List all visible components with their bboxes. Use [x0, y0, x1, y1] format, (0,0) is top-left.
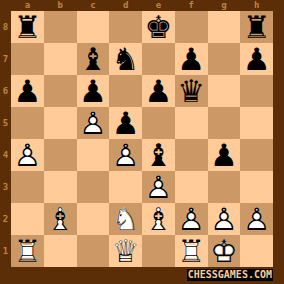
chess-board: ♜♚♜♝♞♟♟♟♟♟♛♟♙♟♟♙♟♙♝♟♟♙♝♗♞♘♝♗♟♙♟♙♟♙♜♖♛♕♜♖…	[11, 11, 273, 267]
black-pawn[interactable]: ♟	[175, 43, 208, 75]
piece-glyph: ♟	[175, 43, 208, 75]
square-d1[interactable]: ♛♕	[109, 235, 142, 267]
piece-glyph: ♝	[142, 139, 175, 171]
black-pawn[interactable]: ♟	[11, 75, 44, 107]
square-e8[interactable]: ♚	[142, 11, 175, 43]
white-pawn[interactable]: ♟♙	[142, 171, 175, 203]
square-e6[interactable]: ♟	[142, 75, 175, 107]
square-d3[interactable]	[109, 171, 142, 203]
square-b1[interactable]	[44, 235, 77, 267]
square-g5[interactable]	[208, 107, 241, 139]
square-g6[interactable]	[208, 75, 241, 107]
square-b7[interactable]	[44, 43, 77, 75]
piece-glyph: ♟	[77, 75, 110, 107]
piece-outline-layer: ♖	[11, 235, 44, 267]
black-pawn[interactable]: ♟	[77, 75, 110, 107]
piece-outline-layer: ♙	[109, 139, 142, 171]
piece-glyph: ♟	[109, 107, 142, 139]
square-g7[interactable]	[208, 43, 241, 75]
white-pawn[interactable]: ♟♙	[77, 107, 110, 139]
square-c4[interactable]	[77, 139, 110, 171]
square-h2[interactable]: ♟♙	[240, 203, 273, 235]
rank-label-8: 8	[0, 11, 11, 43]
white-pawn[interactable]: ♟♙	[240, 203, 273, 235]
piece-glyph: ♟	[240, 43, 273, 75]
piece-glyph: ♜	[11, 11, 44, 43]
square-h8[interactable]: ♜	[240, 11, 273, 43]
file-label-g: g	[208, 0, 241, 11]
rank-label-3: 3	[0, 171, 11, 203]
piece-glyph: ♚	[142, 11, 175, 43]
square-f2[interactable]: ♟♙	[175, 203, 208, 235]
square-d5[interactable]: ♟	[109, 107, 142, 139]
square-a6[interactable]: ♟	[11, 75, 44, 107]
square-d6[interactable]	[109, 75, 142, 107]
piece-glyph: ♟	[11, 75, 44, 107]
piece-outline-layer: ♖	[175, 235, 208, 267]
square-d7[interactable]: ♞	[109, 43, 142, 75]
square-a3[interactable]	[11, 171, 44, 203]
square-e4[interactable]: ♝	[142, 139, 175, 171]
square-h6[interactable]	[240, 75, 273, 107]
black-pawn[interactable]: ♟	[142, 75, 175, 107]
square-d4[interactable]: ♟♙	[109, 139, 142, 171]
rank-labels: 87654321	[0, 11, 11, 267]
square-h5[interactable]	[240, 107, 273, 139]
piece-outline-layer: ♗	[142, 203, 175, 235]
square-h7[interactable]: ♟	[240, 43, 273, 75]
square-d2[interactable]: ♞♘	[109, 203, 142, 235]
square-f5[interactable]	[175, 107, 208, 139]
square-b3[interactable]	[44, 171, 77, 203]
square-h1[interactable]	[240, 235, 273, 267]
square-e5[interactable]	[142, 107, 175, 139]
square-g1[interactable]: ♚♔	[208, 235, 241, 267]
square-c1[interactable]	[77, 235, 110, 267]
square-c2[interactable]	[77, 203, 110, 235]
square-c7[interactable]: ♝	[77, 43, 110, 75]
piece-glyph: ♟	[142, 75, 175, 107]
piece-outline-layer: ♔	[208, 235, 241, 267]
rank-label-5: 5	[0, 107, 11, 139]
square-a7[interactable]	[11, 43, 44, 75]
rank-label-1: 1	[0, 235, 11, 267]
square-f3[interactable]	[175, 171, 208, 203]
white-rook[interactable]: ♜♖	[175, 235, 208, 267]
black-bishop[interactable]: ♝	[142, 139, 175, 171]
square-b2[interactable]: ♝♗	[44, 203, 77, 235]
file-label-b: b	[44, 0, 77, 11]
black-pawn[interactable]: ♟	[240, 43, 273, 75]
square-c6[interactable]: ♟	[77, 75, 110, 107]
square-d8[interactable]	[109, 11, 142, 43]
piece-glyph: ♜	[240, 11, 273, 43]
rank-label-6: 6	[0, 75, 11, 107]
file-label-c: c	[77, 0, 110, 11]
white-pawn[interactable]: ♟♙	[175, 203, 208, 235]
white-king[interactable]: ♚♔	[208, 235, 241, 267]
square-e7[interactable]	[142, 43, 175, 75]
rank-label-2: 2	[0, 203, 11, 235]
square-c5[interactable]: ♟♙	[77, 107, 110, 139]
black-pawn[interactable]: ♟	[208, 139, 241, 171]
square-b6[interactable]	[44, 75, 77, 107]
white-rook[interactable]: ♜♖	[11, 235, 44, 267]
square-c8[interactable]	[77, 11, 110, 43]
square-e2[interactable]: ♝♗	[142, 203, 175, 235]
piece-outline-layer: ♕	[109, 235, 142, 267]
black-pawn[interactable]: ♟	[109, 107, 142, 139]
square-c3[interactable]	[77, 171, 110, 203]
piece-glyph: ♛	[175, 75, 208, 107]
piece-outline-layer: ♙	[240, 203, 273, 235]
black-queen[interactable]: ♛	[175, 75, 208, 107]
file-label-d: d	[109, 0, 142, 11]
black-rook[interactable]: ♜	[11, 11, 44, 43]
black-king[interactable]: ♚	[142, 11, 175, 43]
square-f1[interactable]: ♜♖	[175, 235, 208, 267]
piece-outline-layer: ♙	[175, 203, 208, 235]
black-bishop[interactable]: ♝	[77, 43, 110, 75]
piece-glyph: ♞	[109, 43, 142, 75]
white-queen[interactable]: ♛♕	[109, 235, 142, 267]
white-pawn[interactable]: ♟♙	[208, 203, 241, 235]
piece-outline-layer: ♘	[109, 203, 142, 235]
square-f6[interactable]: ♛	[175, 75, 208, 107]
square-a2[interactable]	[11, 203, 44, 235]
square-g2[interactable]: ♟♙	[208, 203, 241, 235]
chessgames-watermark: CHESSGAMES.COM	[187, 269, 273, 281]
square-g4[interactable]: ♟	[208, 139, 241, 171]
white-pawn[interactable]: ♟♙	[109, 139, 142, 171]
piece-outline-layer: ♙	[77, 107, 110, 139]
square-e3[interactable]: ♟♙	[142, 171, 175, 203]
white-pawn[interactable]: ♟♙	[11, 139, 44, 171]
square-b8[interactable]	[44, 11, 77, 43]
square-a5[interactable]	[11, 107, 44, 139]
square-g8[interactable]	[208, 11, 241, 43]
white-bishop[interactable]: ♝♗	[142, 203, 175, 235]
rank-label-7: 7	[0, 43, 11, 75]
piece-glyph: ♝	[77, 43, 110, 75]
piece-outline-layer: ♙	[11, 139, 44, 171]
square-g3[interactable]	[208, 171, 241, 203]
square-h3[interactable]	[240, 171, 273, 203]
square-f4[interactable]	[175, 139, 208, 171]
square-h4[interactable]	[240, 139, 273, 171]
square-e1[interactable]	[142, 235, 175, 267]
chess-board-frame: abcdefgh 87654321 ♜♚♜♝♞♟♟♟♟♟♛♟♙♟♟♙♟♙♝♟♟♙…	[0, 0, 284, 284]
piece-outline-layer: ♙	[208, 203, 241, 235]
file-label-f: f	[175, 0, 208, 11]
piece-glyph: ♟	[208, 139, 241, 171]
square-b5[interactable]	[44, 107, 77, 139]
white-knight[interactable]: ♞♘	[109, 203, 142, 235]
file-labels: abcdefgh	[11, 0, 273, 11]
black-rook[interactable]: ♜	[240, 11, 273, 43]
white-bishop[interactable]: ♝♗	[44, 203, 77, 235]
piece-outline-layer: ♙	[142, 171, 175, 203]
square-b4[interactable]	[44, 139, 77, 171]
square-a1[interactable]: ♜♖	[11, 235, 44, 267]
square-f7[interactable]: ♟	[175, 43, 208, 75]
black-knight[interactable]: ♞	[109, 43, 142, 75]
rank-label-4: 4	[0, 139, 11, 171]
piece-outline-layer: ♗	[44, 203, 77, 235]
square-a4[interactable]: ♟♙	[11, 139, 44, 171]
square-a8[interactable]: ♜	[11, 11, 44, 43]
square-f8[interactable]	[175, 11, 208, 43]
